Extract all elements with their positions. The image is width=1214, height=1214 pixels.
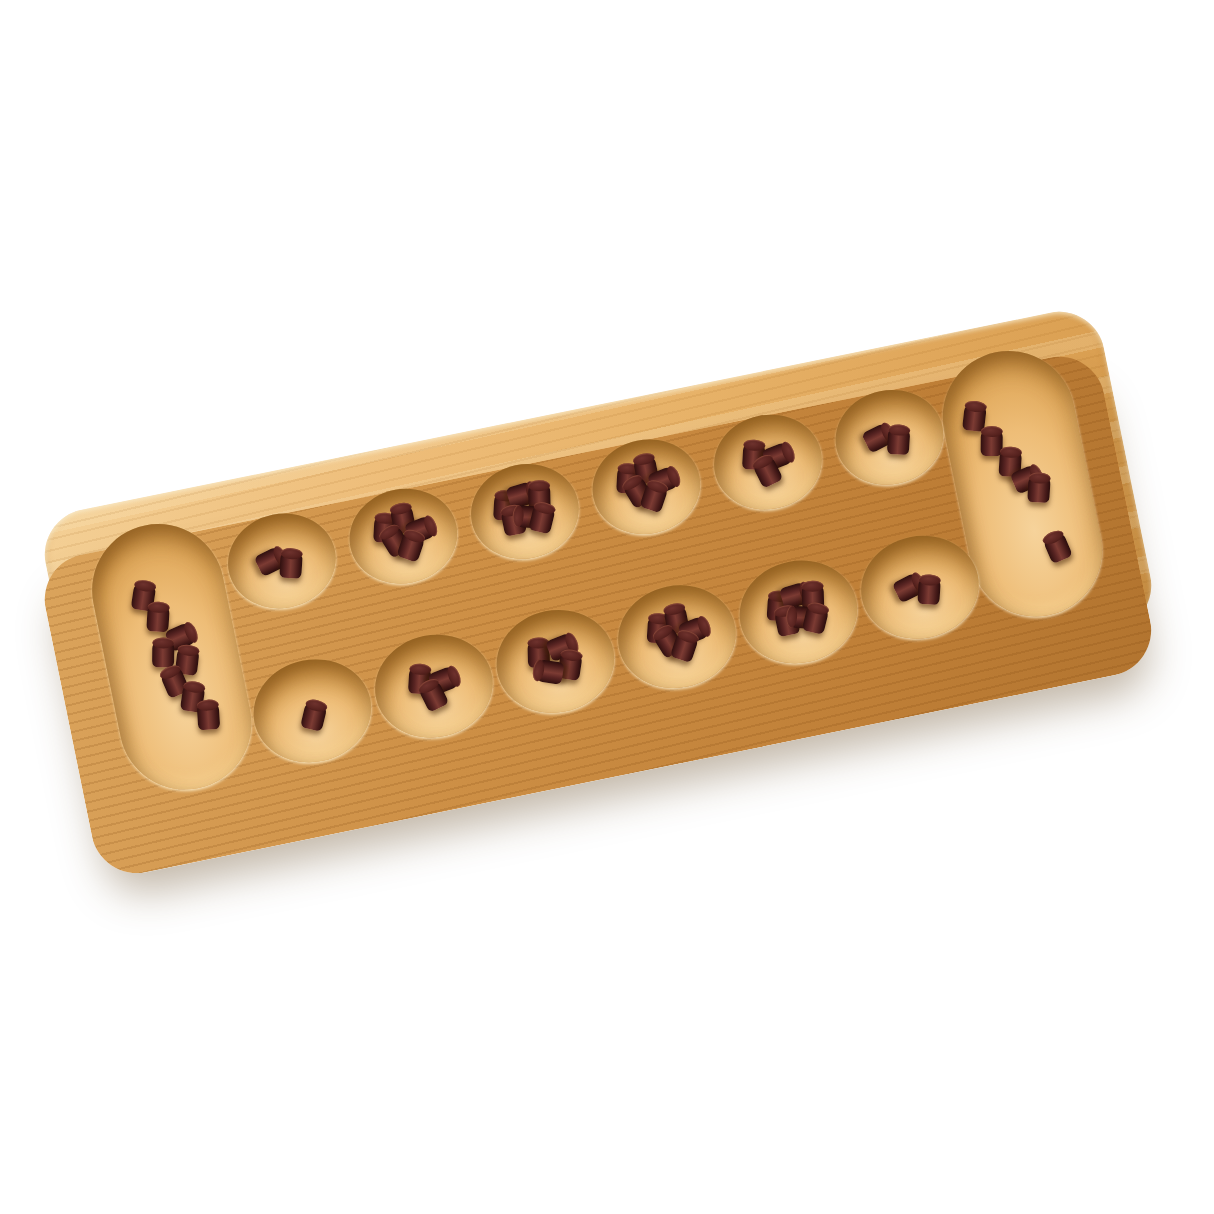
product-photo-scene xyxy=(0,0,1214,1214)
seed xyxy=(146,606,169,632)
mancala-board xyxy=(37,304,1160,837)
seed xyxy=(152,642,174,667)
seed xyxy=(279,552,302,578)
seed xyxy=(536,659,564,684)
seed xyxy=(887,429,910,455)
seed xyxy=(1027,477,1050,503)
seed xyxy=(917,579,940,605)
seed xyxy=(197,704,220,730)
